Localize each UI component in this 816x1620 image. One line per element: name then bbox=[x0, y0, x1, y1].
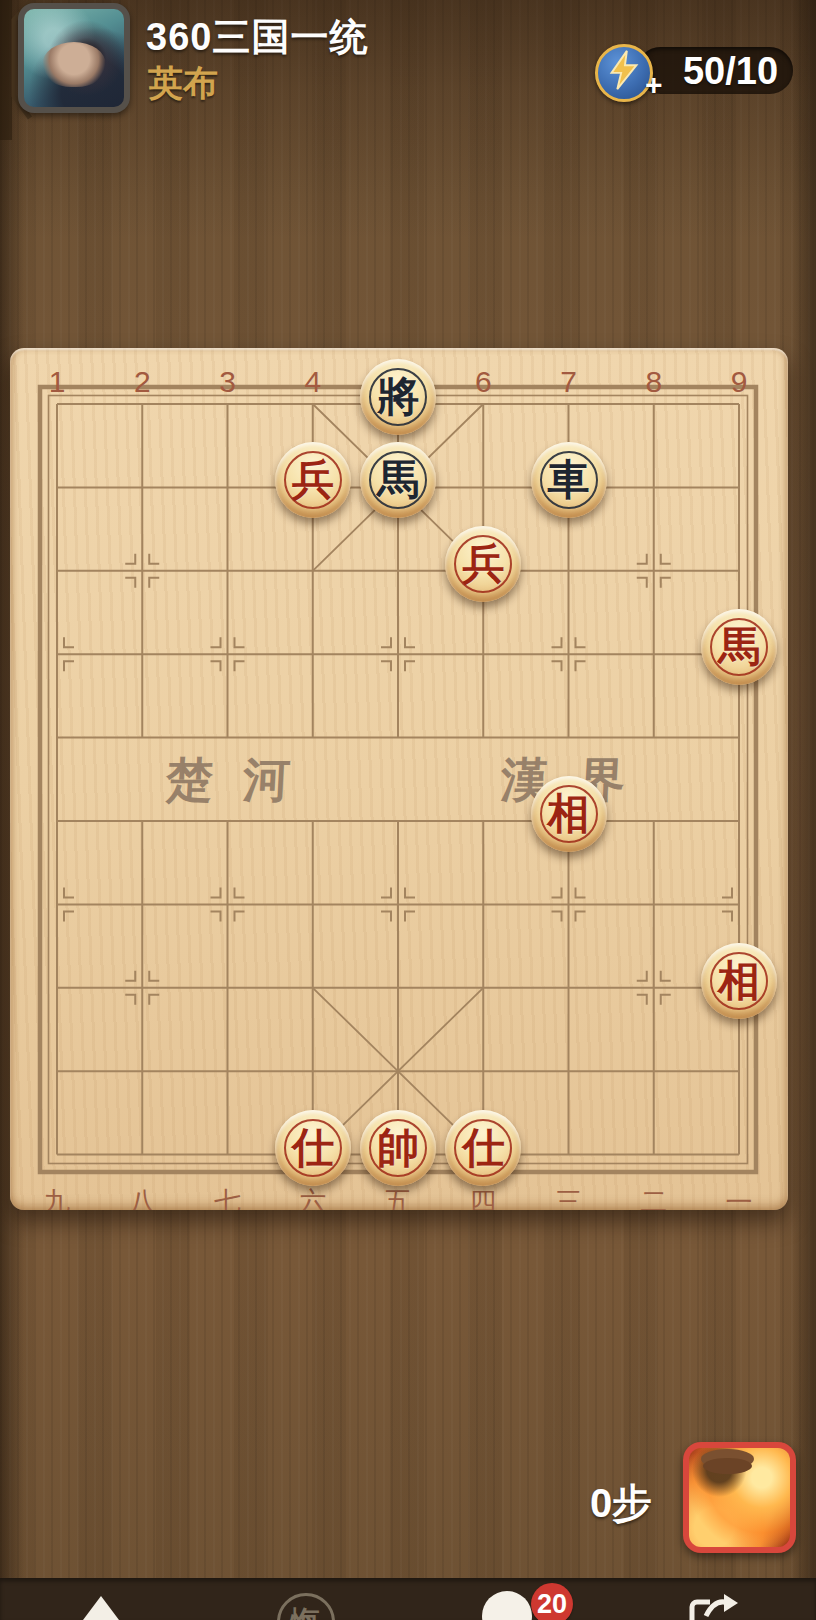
top-coord-7: 7 bbox=[547, 365, 591, 399]
share-icon[interactable] bbox=[686, 1592, 742, 1620]
bottom-coord-二: 二 bbox=[632, 1184, 676, 1210]
xiangqi-board[interactable]: 123456789 九八七六五四三二一 楚河 漢界 將兵馬車兵馬相相仕帥仕 bbox=[10, 348, 788, 1210]
player-avatar[interactable] bbox=[18, 3, 130, 113]
hint-count-badge: 20 bbox=[531, 1583, 573, 1620]
bottom-coord-七: 七 bbox=[206, 1184, 250, 1210]
piece-red-兵[interactable]: 兵 bbox=[445, 526, 521, 602]
move-counter: 0步 bbox=[576, 1476, 666, 1531]
undo-button[interactable]: 悔 bbox=[277, 1593, 335, 1620]
piece-red-相[interactable]: 相 bbox=[531, 776, 607, 852]
piece-red-兵[interactable]: 兵 bbox=[275, 442, 351, 518]
piece-char: 馬 bbox=[718, 626, 760, 668]
piece-char: 馬 bbox=[377, 459, 419, 501]
piece-char: 仕 bbox=[462, 1127, 504, 1169]
hint-button[interactable] bbox=[482, 1591, 532, 1620]
piece-red-相[interactable]: 相 bbox=[701, 943, 777, 1019]
piece-black-馬[interactable]: 馬 bbox=[360, 442, 436, 518]
energy-count: 50/10 bbox=[668, 50, 793, 93]
top-coord-8: 8 bbox=[632, 365, 676, 399]
piece-black-將[interactable]: 將 bbox=[360, 359, 436, 435]
river-text-left: 楚河 bbox=[134, 749, 321, 812]
opponent-avatar-image bbox=[689, 1448, 790, 1547]
piece-red-帥[interactable]: 帥 bbox=[360, 1110, 436, 1186]
top-coord-6: 6 bbox=[461, 365, 505, 399]
opponent-avatar[interactable] bbox=[683, 1442, 796, 1553]
piece-char: 相 bbox=[718, 960, 760, 1002]
energy-plus-icon: + bbox=[645, 68, 663, 102]
piece-char: 仕 bbox=[292, 1127, 334, 1169]
piece-red-馬[interactable]: 馬 bbox=[701, 609, 777, 685]
top-coord-1: 1 bbox=[35, 365, 79, 399]
top-coord-4: 4 bbox=[291, 365, 335, 399]
app-title: 360三国一统 bbox=[146, 12, 368, 63]
piece-black-車[interactable]: 車 bbox=[531, 442, 607, 518]
expand-up-icon[interactable] bbox=[74, 1596, 128, 1620]
piece-red-仕[interactable]: 仕 bbox=[445, 1110, 521, 1186]
piece-char: 車 bbox=[548, 459, 590, 501]
bottom-toolbar: 悔 20 bbox=[0, 1578, 816, 1620]
player-name: 英布 bbox=[148, 60, 218, 107]
undo-label: 悔 bbox=[291, 1602, 321, 1620]
bottom-coord-五: 五 bbox=[376, 1184, 420, 1210]
bottom-coord-六: 六 bbox=[291, 1184, 335, 1210]
bottom-coord-四: 四 bbox=[461, 1184, 505, 1210]
piece-char: 兵 bbox=[292, 459, 334, 501]
top-coord-3: 3 bbox=[206, 365, 250, 399]
piece-char: 帥 bbox=[377, 1127, 419, 1169]
bottom-coord-一: 一 bbox=[717, 1184, 761, 1210]
piece-char: 兵 bbox=[462, 543, 504, 585]
top-coord-2: 2 bbox=[120, 365, 164, 399]
bottom-coord-三: 三 bbox=[547, 1184, 591, 1210]
piece-char: 相 bbox=[548, 793, 590, 835]
bottom-coord-九: 九 bbox=[35, 1184, 79, 1210]
top-coord-9: 9 bbox=[717, 365, 761, 399]
player-avatar-image bbox=[24, 9, 124, 107]
piece-red-仕[interactable]: 仕 bbox=[275, 1110, 351, 1186]
bottom-coord-八: 八 bbox=[120, 1184, 164, 1210]
piece-char: 將 bbox=[377, 376, 419, 418]
